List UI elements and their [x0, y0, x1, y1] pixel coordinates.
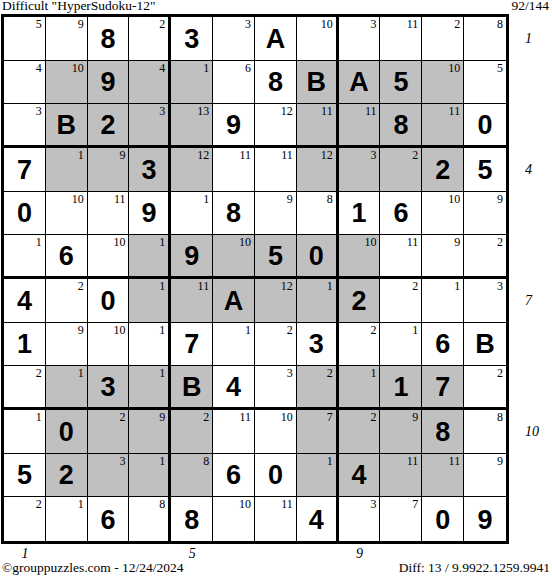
cell-r3c5[interactable]: 13 [171, 104, 213, 148]
cell-r4c1: 7 [4, 148, 46, 192]
corner-number: 2 [370, 323, 376, 337]
cell-r10c1[interactable]: 1 [4, 410, 46, 454]
cell-r5c10: 6 [380, 192, 422, 236]
given-value: 8 [171, 497, 212, 541]
given-value: A [213, 279, 254, 322]
cell-r2c1[interactable]: 4 [4, 61, 46, 105]
given-value: 7 [4, 148, 45, 191]
corner-number: 2 [497, 366, 503, 380]
cell-r4c4: 3 [129, 148, 171, 192]
cell-r1c1[interactable]: 5 [4, 17, 46, 61]
cell-r5c6: 8 [213, 192, 255, 236]
cell-r12c9[interactable]: 3 [339, 497, 381, 541]
cell-r11c3[interactable]: 3 [88, 454, 130, 498]
given-value: 0 [4, 192, 45, 235]
corner-number: 12 [281, 104, 293, 118]
cell-r8c8: 3 [297, 323, 339, 367]
given-value: 8 [422, 410, 463, 453]
corner-number: 2 [497, 235, 503, 249]
cell-r6c4[interactable]: 1 [129, 235, 171, 279]
cell-r11c6: 6 [213, 454, 255, 498]
corner-number: 9 [287, 192, 293, 206]
given-value: 8 [88, 17, 129, 60]
cell-r6c8: 0 [297, 235, 339, 279]
given-value: 0 [88, 279, 129, 322]
corner-number: 1 [78, 497, 84, 511]
cell-r7c12[interactable]: 3 [464, 279, 506, 323]
cell-r1c11[interactable]: 2 [422, 17, 464, 61]
given-value: 0 [255, 454, 296, 497]
cell-r2c2[interactable]: 10 [46, 61, 88, 105]
corner-number: 2 [412, 279, 418, 293]
corner-number: 9 [454, 235, 460, 249]
cell-r7c10[interactable]: 2 [380, 279, 422, 323]
corner-number: 1 [36, 235, 42, 249]
cell-r7c11[interactable]: 1 [422, 279, 464, 323]
cell-r12c12: 9 [464, 497, 506, 541]
cell-r6c11[interactable]: 9 [422, 235, 464, 279]
given-value: 2 [339, 279, 380, 322]
cell-r8c7[interactable]: 2 [255, 323, 297, 367]
cell-r9c3: 3 [88, 366, 130, 410]
given-value: 0 [297, 235, 336, 276]
corner-number: 10 [239, 235, 251, 249]
cell-r6c6[interactable]: 10 [213, 235, 255, 279]
given-value: 5 [4, 454, 45, 497]
corner-number: 11 [281, 148, 293, 162]
col-label-9: 9 [348, 545, 372, 563]
corner-number: 9 [78, 17, 84, 31]
cell-r2c11[interactable]: 10 [422, 61, 464, 105]
given-value: 2 [88, 104, 129, 145]
corner-number: 11 [407, 454, 419, 468]
corner-number: 1 [78, 366, 84, 380]
cell-r2c6[interactable]: 6 [213, 61, 255, 105]
cell-r5c2[interactable]: 10 [46, 192, 88, 236]
corner-number: 8 [497, 410, 503, 424]
given-value: 0 [464, 104, 506, 145]
cell-r7c3: 0 [88, 279, 130, 323]
corner-number: 12 [321, 148, 333, 162]
cell-r10c9[interactable]: 2 [339, 410, 381, 454]
cell-r2c12[interactable]: 5 [464, 61, 506, 105]
corner-number: 8 [327, 192, 333, 206]
cell-r5c9: 1 [339, 192, 381, 236]
corner-number: 9 [159, 410, 165, 424]
corner-number: 13 [197, 104, 209, 118]
puzzle-page: Difficult "HyperSudoku-12" 92/144 598233… [0, 0, 552, 578]
cell-r9c7[interactable]: 3 [255, 366, 297, 410]
corner-number: 2 [412, 148, 418, 162]
corner-number: 1 [159, 235, 165, 249]
given-value: 4 [213, 366, 254, 407]
corner-number: 1 [370, 366, 376, 380]
corner-number: 4 [159, 61, 165, 75]
given-value: 7 [171, 323, 212, 366]
given-value: 6 [46, 235, 87, 276]
corner-number: 2 [454, 17, 460, 31]
given-value: B [297, 61, 336, 104]
cell-r4c3[interactable]: 9 [88, 148, 130, 192]
given-value: 9 [88, 61, 129, 104]
corner-number: 3 [119, 454, 125, 468]
cell-r10c2: 0 [46, 410, 88, 454]
cell-r4c9[interactable]: 3 [339, 148, 381, 192]
cell-r7c2[interactable]: 2 [46, 279, 88, 323]
cell-r8c4[interactable]: 1 [129, 323, 171, 367]
cell-r11c1: 5 [4, 454, 46, 498]
corner-number: 10 [113, 235, 125, 249]
cell-r9c8[interactable]: 2 [297, 366, 339, 410]
cell-r1c12[interactable]: 8 [464, 17, 506, 61]
cell-r9c12[interactable]: 2 [464, 366, 506, 410]
corner-number: 10 [72, 61, 84, 75]
given-value: 6 [88, 497, 129, 541]
cell-r2c10: 5 [380, 61, 422, 105]
corner-number: 1 [245, 323, 251, 337]
corner-number: 10 [448, 61, 460, 75]
cell-r10c3[interactable]: 2 [88, 410, 130, 454]
given-value: 8 [213, 192, 254, 235]
given-value: B [46, 104, 87, 145]
given-value: 9 [464, 497, 506, 541]
cell-r2c8: B [297, 61, 339, 105]
corner-number: 11 [365, 104, 377, 118]
corner-number: 9 [119, 148, 125, 162]
given-value: 9 [171, 235, 212, 276]
row-label-1: 1 [525, 30, 551, 48]
corner-number: 2 [78, 279, 84, 293]
cell-r3c12: 0 [464, 104, 506, 148]
cell-r12c5: 8 [171, 497, 213, 541]
cell-r11c8[interactable]: 1 [297, 454, 339, 498]
cell-r4c8[interactable]: 12 [297, 148, 339, 192]
corner-number: 3 [245, 17, 251, 31]
cell-r12c4[interactable]: 8 [129, 497, 171, 541]
corner-number: 9 [497, 454, 503, 468]
row-label-10: 10 [525, 423, 551, 441]
cell-r5c7[interactable]: 9 [255, 192, 297, 236]
cell-r6c10[interactable]: 11 [380, 235, 422, 279]
cell-r2c3: 9 [88, 61, 130, 105]
cell-r1c5: 3 [171, 17, 213, 61]
corner-number: 3 [370, 497, 376, 511]
cell-r7c6: A [213, 279, 255, 323]
given-value: 2 [422, 148, 463, 191]
cell-r6c7: 5 [255, 235, 297, 279]
corner-number: 1 [159, 366, 165, 380]
cell-r9c1[interactable]: 2 [4, 366, 46, 410]
corner-number: 5 [497, 61, 503, 75]
puzzle-counter: 92/144 [511, 0, 549, 14]
cell-r7c7[interactable]: 12 [255, 279, 297, 323]
cell-r1c6[interactable]: 3 [213, 17, 255, 61]
cell-r6c3[interactable]: 10 [88, 235, 130, 279]
corner-number: 3 [287, 366, 293, 380]
cell-r1c4[interactable]: 2 [129, 17, 171, 61]
corner-number: 10 [72, 192, 84, 206]
corner-number: 1 [454, 279, 460, 293]
corner-number: 11 [239, 410, 251, 424]
given-value: 3 [88, 366, 129, 407]
page-title: Difficult "HyperSudoku-12" [2, 0, 156, 14]
corner-number: 5 [36, 17, 42, 31]
cell-r8c5: 7 [171, 323, 213, 367]
cell-r9c2[interactable]: 1 [46, 366, 88, 410]
row-label-4: 4 [525, 161, 551, 179]
corner-number: 3 [370, 148, 376, 162]
row-label-7: 7 [525, 292, 551, 310]
corner-number: 2 [327, 366, 333, 380]
cell-r10c11: 8 [422, 410, 464, 454]
cell-r5c3[interactable]: 11 [88, 192, 130, 236]
corner-number: 11 [449, 454, 461, 468]
cell-r12c7[interactable]: 11 [255, 497, 297, 541]
given-value: 2 [46, 454, 87, 497]
given-value: 9 [213, 104, 254, 145]
cell-r9c10: 1 [380, 366, 422, 410]
cell-r11c12[interactable]: 9 [464, 454, 506, 498]
corner-number: 11 [239, 148, 251, 162]
corner-number: 4 [36, 61, 42, 75]
given-value: 3 [297, 323, 336, 366]
corner-number: 1 [327, 454, 333, 468]
corner-number: 10 [364, 235, 376, 249]
cell-r12c6[interactable]: 10 [213, 497, 255, 541]
cell-r3c8[interactable]: 11 [297, 104, 339, 148]
corner-number: 2 [203, 410, 209, 424]
corner-number: 8 [203, 454, 209, 468]
corner-number: 8 [159, 497, 165, 511]
corner-number: 12 [197, 148, 209, 162]
sudoku-board: 598233A103112841094168BA51053B2313912111… [1, 14, 509, 544]
copyright-text: ©grouppuzzles.com - 12/24/2024 [2, 560, 184, 576]
given-value: 5 [255, 235, 296, 276]
corner-number: 8 [497, 17, 503, 31]
cell-r5c4: 9 [129, 192, 171, 236]
cell-r11c11[interactable]: 11 [422, 454, 464, 498]
cell-r11c5[interactable]: 8 [171, 454, 213, 498]
cell-r5c1: 0 [4, 192, 46, 236]
cell-r12c3: 6 [88, 497, 130, 541]
corner-number: 1 [159, 323, 165, 337]
cell-r12c10[interactable]: 7 [380, 497, 422, 541]
cell-r10c8[interactable]: 7 [297, 410, 339, 454]
cell-r6c5: 9 [171, 235, 213, 279]
corner-number: 11 [198, 279, 210, 293]
cell-r11c10[interactable]: 11 [380, 454, 422, 498]
given-value: 1 [4, 323, 45, 366]
given-value: 3 [171, 17, 212, 60]
cell-r5c11[interactable]: 10 [422, 192, 464, 236]
cell-r12c2[interactable]: 1 [46, 497, 88, 541]
cell-r7c5[interactable]: 11 [171, 279, 213, 323]
cell-r3c3: 2 [88, 104, 130, 148]
given-value: 4 [339, 454, 380, 497]
corner-number: 1 [78, 148, 84, 162]
corner-number: 1 [203, 192, 209, 206]
cell-r1c9[interactable]: 3 [339, 17, 381, 61]
given-value: 3 [129, 148, 168, 191]
cell-r8c3[interactable]: 10 [88, 323, 130, 367]
cell-r3c6: 9 [213, 104, 255, 148]
corner-number: 11 [407, 17, 419, 31]
cell-r9c11: 7 [422, 366, 464, 410]
cell-r11c9: 4 [339, 454, 381, 498]
cell-r8c9[interactable]: 2 [339, 323, 381, 367]
cell-r9c5: B [171, 366, 213, 410]
corner-number: 6 [245, 61, 251, 75]
cell-r8c6[interactable]: 1 [213, 323, 255, 367]
given-value: 6 [213, 454, 254, 497]
cell-r7c1: 4 [4, 279, 46, 323]
given-value: 8 [380, 104, 421, 145]
given-value: 5 [464, 148, 506, 191]
cell-r12c8: 4 [297, 497, 339, 541]
cell-r2c4[interactable]: 4 [129, 61, 171, 105]
given-value: 4 [297, 497, 336, 541]
given-value: 5 [380, 61, 421, 104]
cell-r8c10[interactable]: 1 [380, 323, 422, 367]
corner-number: 11 [321, 104, 333, 118]
cell-r3c4[interactable]: 3 [129, 104, 171, 148]
cell-r4c10[interactable]: 2 [380, 148, 422, 192]
corner-number: 7 [327, 410, 333, 424]
cell-r1c10[interactable]: 11 [380, 17, 422, 61]
given-value: B [171, 366, 212, 407]
cell-r7c8[interactable]: 1 [297, 279, 339, 323]
cell-r1c8[interactable]: 10 [297, 17, 339, 61]
cell-r10c7[interactable]: 10 [255, 410, 297, 454]
cell-r8c2[interactable]: 9 [46, 323, 88, 367]
given-value: 8 [255, 61, 296, 104]
cell-r6c9[interactable]: 10 [339, 235, 381, 279]
cell-r9c4[interactable]: 1 [129, 366, 171, 410]
corner-number: 1 [412, 323, 418, 337]
given-value: 0 [46, 410, 87, 453]
cell-r6c1[interactable]: 1 [4, 235, 46, 279]
corner-number: 11 [281, 497, 293, 511]
corner-number: 12 [281, 279, 293, 293]
cell-r3c7[interactable]: 12 [255, 104, 297, 148]
corner-number: 2 [370, 410, 376, 424]
corner-number: 3 [36, 104, 42, 118]
given-value: 7 [422, 366, 463, 407]
corner-number: 10 [448, 192, 460, 206]
corner-number: 11 [407, 235, 419, 249]
corner-number: 2 [36, 366, 42, 380]
corner-number: 2 [119, 410, 125, 424]
corner-number: 2 [159, 17, 165, 31]
cell-r4c2[interactable]: 1 [46, 148, 88, 192]
given-value: A [339, 61, 380, 104]
difficulty-text: Diff: 13 / 9.9922.1259.9941 [399, 560, 550, 576]
corner-number: 11 [449, 104, 461, 118]
corner-number: 1 [203, 61, 209, 75]
cell-r12c11: 0 [422, 497, 464, 541]
corner-number: 1 [159, 279, 165, 293]
corner-number: 10 [281, 410, 293, 424]
cell-r10c5[interactable]: 2 [171, 410, 213, 454]
cell-r5c12[interactable]: 9 [464, 192, 506, 236]
given-value: 9 [129, 192, 168, 235]
corner-number: 3 [370, 17, 376, 31]
cell-r10c6[interactable]: 11 [213, 410, 255, 454]
given-value: 4 [4, 279, 45, 322]
cell-r7c4[interactable]: 1 [129, 279, 171, 323]
cell-r2c9: A [339, 61, 381, 105]
cell-r4c6[interactable]: 11 [213, 148, 255, 192]
cell-r9c6: 4 [213, 366, 255, 410]
given-value: 1 [380, 366, 421, 407]
corner-number: 9 [412, 410, 418, 424]
cell-r10c10[interactable]: 9 [380, 410, 422, 454]
cell-r4c11: 2 [422, 148, 464, 192]
cell-r2c7: 8 [255, 61, 297, 105]
corner-number: 10 [321, 17, 333, 31]
cell-r3c10: 8 [380, 104, 422, 148]
given-value: A [255, 17, 296, 60]
cell-r10c12[interactable]: 8 [464, 410, 506, 454]
cell-r8c11: 6 [422, 323, 464, 367]
cell-r3c9[interactable]: 11 [339, 104, 381, 148]
sudoku-grid: 598233A103112841094168BA51053B2313912111… [4, 17, 506, 541]
given-value: B [464, 323, 506, 366]
corner-number: 1 [159, 454, 165, 468]
cell-r3c11[interactable]: 11 [422, 104, 464, 148]
corner-number: 10 [239, 497, 251, 511]
given-value: 6 [380, 192, 421, 235]
corner-number: 3 [159, 104, 165, 118]
cell-r11c4[interactable]: 1 [129, 454, 171, 498]
cell-r11c2: 2 [46, 454, 88, 498]
cell-r7c9: 2 [339, 279, 381, 323]
cell-r3c2: B [46, 104, 88, 148]
cell-r4c7[interactable]: 11 [255, 148, 297, 192]
cell-r3c1[interactable]: 3 [4, 104, 46, 148]
cell-r6c12[interactable]: 2 [464, 235, 506, 279]
corner-number: 2 [287, 323, 293, 337]
corner-number: 2 [36, 497, 42, 511]
corner-number: 9 [78, 323, 84, 337]
given-value: 6 [422, 323, 463, 366]
cell-r6c2: 6 [46, 235, 88, 279]
cell-r4c5[interactable]: 12 [171, 148, 213, 192]
corner-number: 3 [497, 279, 503, 293]
cell-r9c9[interactable]: 1 [339, 366, 381, 410]
cell-r10c4[interactable]: 9 [129, 410, 171, 454]
given-value: 0 [422, 497, 463, 541]
corner-number: 1 [327, 279, 333, 293]
cell-r11c7: 0 [255, 454, 297, 498]
given-value: 1 [339, 192, 380, 235]
corner-number: 10 [113, 323, 125, 337]
corner-number: 1 [36, 410, 42, 424]
cell-r4c12: 5 [464, 148, 506, 192]
cell-r2c5[interactable]: 1 [171, 61, 213, 105]
corner-number: 9 [497, 192, 503, 206]
corner-number: 7 [412, 497, 418, 511]
cell-r1c2[interactable]: 9 [46, 17, 88, 61]
cell-r8c1: 1 [4, 323, 46, 367]
cell-r5c5[interactable]: 1 [171, 192, 213, 236]
corner-number: 11 [114, 192, 126, 206]
cell-r5c8[interactable]: 8 [297, 192, 339, 236]
cell-r1c7: A [255, 17, 297, 61]
cell-r12c1[interactable]: 2 [4, 497, 46, 541]
cell-r8c12: B [464, 323, 506, 367]
cell-r1c3: 8 [88, 17, 130, 61]
